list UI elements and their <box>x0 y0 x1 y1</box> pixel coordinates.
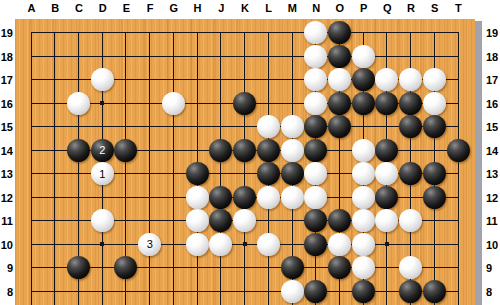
intersection-C14[interactable] <box>67 139 91 163</box>
black-stone-J14[interactable] <box>209 139 232 162</box>
intersection-Q19[interactable] <box>375 21 399 45</box>
intersection-K9[interactable] <box>233 256 257 280</box>
white-stone-D13[interactable]: 1 <box>91 162 114 185</box>
intersection-S19[interactable] <box>423 21 447 45</box>
intersection-L8[interactable] <box>257 280 281 304</box>
intersection-N17[interactable] <box>304 68 328 92</box>
intersection-G13[interactable] <box>162 162 186 186</box>
intersection-K11[interactable] <box>233 209 257 233</box>
black-stone-Q16[interactable] <box>375 92 398 115</box>
intersection-E13[interactable] <box>114 162 138 186</box>
intersection-H10[interactable] <box>186 233 210 257</box>
intersection-G8[interactable] <box>162 280 186 304</box>
intersection-C12[interactable] <box>67 186 91 210</box>
intersection-T9[interactable] <box>447 256 471 280</box>
black-stone-S13[interactable] <box>423 162 446 185</box>
intersection-F10[interactable]: 3 <box>138 233 162 257</box>
intersection-J10[interactable] <box>209 233 233 257</box>
intersection-A9[interactable] <box>20 256 44 280</box>
white-stone-R11[interactable] <box>399 209 422 232</box>
intersection-K14[interactable] <box>233 139 257 163</box>
intersection-G11[interactable] <box>162 209 186 233</box>
intersection-N11[interactable] <box>304 209 328 233</box>
intersection-D15[interactable] <box>91 115 115 139</box>
intersection-A19[interactable] <box>20 21 44 45</box>
intersection-B19[interactable] <box>43 21 67 45</box>
black-stone-H13[interactable] <box>186 162 209 185</box>
intersection-D8[interactable] <box>91 280 115 304</box>
white-stone-P12[interactable] <box>352 186 375 209</box>
intersection-J14[interactable] <box>209 139 233 163</box>
intersection-T18[interactable] <box>447 45 471 69</box>
white-stone-R9[interactable] <box>399 256 422 279</box>
white-stone-O10[interactable] <box>328 233 351 256</box>
black-stone-L14[interactable] <box>257 139 280 162</box>
intersection-A18[interactable] <box>20 45 44 69</box>
intersection-C8[interactable] <box>67 280 91 304</box>
intersection-P19[interactable] <box>352 21 376 45</box>
intersection-S8[interactable] <box>423 280 447 304</box>
intersection-B9[interactable] <box>43 256 67 280</box>
intersection-S14[interactable] <box>423 139 447 163</box>
intersection-F17[interactable] <box>138 68 162 92</box>
intersection-H9[interactable] <box>186 256 210 280</box>
black-stone-L13[interactable] <box>257 162 280 185</box>
intersection-E9[interactable] <box>114 256 138 280</box>
intersection-J11[interactable] <box>209 209 233 233</box>
white-stone-M15[interactable] <box>281 115 304 138</box>
intersection-B12[interactable] <box>43 186 67 210</box>
intersection-F9[interactable] <box>138 256 162 280</box>
intersection-D12[interactable] <box>91 186 115 210</box>
white-stone-P14[interactable] <box>352 139 375 162</box>
black-stone-N15[interactable] <box>304 115 327 138</box>
intersection-P15[interactable] <box>352 115 376 139</box>
intersection-O18[interactable] <box>328 45 352 69</box>
intersection-H11[interactable] <box>186 209 210 233</box>
black-stone-K16[interactable] <box>233 92 256 115</box>
intersection-H14[interactable] <box>186 139 210 163</box>
intersection-K10[interactable] <box>233 233 257 257</box>
intersection-D10[interactable] <box>91 233 115 257</box>
intersection-H19[interactable] <box>186 21 210 45</box>
black-stone-M13[interactable] <box>281 162 304 185</box>
black-stone-E9[interactable] <box>114 256 137 279</box>
white-stone-D11[interactable] <box>91 209 114 232</box>
black-stone-P16[interactable] <box>352 92 375 115</box>
intersection-Q15[interactable] <box>375 115 399 139</box>
intersection-F19[interactable] <box>138 21 162 45</box>
white-stone-K11[interactable] <box>233 209 256 232</box>
intersection-E10[interactable] <box>114 233 138 257</box>
intersection-L19[interactable] <box>257 21 281 45</box>
black-stone-P8[interactable] <box>352 280 375 303</box>
intersection-P13[interactable] <box>352 162 376 186</box>
intersection-E17[interactable] <box>114 68 138 92</box>
intersection-M16[interactable] <box>281 92 305 116</box>
intersection-A12[interactable] <box>20 186 44 210</box>
intersection-A10[interactable] <box>20 233 44 257</box>
intersection-L15[interactable] <box>257 115 281 139</box>
intersection-T13[interactable] <box>447 162 471 186</box>
white-stone-N12[interactable] <box>304 186 327 209</box>
intersection-E15[interactable] <box>114 115 138 139</box>
intersection-O14[interactable] <box>328 139 352 163</box>
intersection-Q14[interactable] <box>375 139 399 163</box>
intersection-R16[interactable] <box>399 92 423 116</box>
intersection-G16[interactable] <box>162 92 186 116</box>
white-stone-M14[interactable] <box>281 139 304 162</box>
intersection-N19[interactable] <box>304 21 328 45</box>
black-stone-J12[interactable] <box>209 186 232 209</box>
intersection-N15[interactable] <box>304 115 328 139</box>
black-stone-S15[interactable] <box>423 115 446 138</box>
black-stone-N14[interactable] <box>304 139 327 162</box>
intersection-N9[interactable] <box>304 256 328 280</box>
intersection-N14[interactable] <box>304 139 328 163</box>
black-stone-S12[interactable] <box>423 186 446 209</box>
intersection-Q10[interactable] <box>375 233 399 257</box>
intersection-H18[interactable] <box>186 45 210 69</box>
intersection-G9[interactable] <box>162 256 186 280</box>
intersection-R18[interactable] <box>399 45 423 69</box>
white-stone-F10[interactable]: 3 <box>138 233 161 256</box>
black-stone-R13[interactable] <box>399 162 422 185</box>
intersection-G17[interactable] <box>162 68 186 92</box>
intersection-K15[interactable] <box>233 115 257 139</box>
intersection-G18[interactable] <box>162 45 186 69</box>
intersection-D9[interactable] <box>91 256 115 280</box>
black-stone-K12[interactable] <box>233 186 256 209</box>
intersection-R15[interactable] <box>399 115 423 139</box>
intersection-R14[interactable] <box>399 139 423 163</box>
intersection-S12[interactable] <box>423 186 447 210</box>
intersection-M8[interactable] <box>281 280 305 304</box>
intersection-S15[interactable] <box>423 115 447 139</box>
intersection-Q18[interactable] <box>375 45 399 69</box>
intersection-F16[interactable] <box>138 92 162 116</box>
black-stone-O11[interactable] <box>328 209 351 232</box>
intersection-O8[interactable] <box>328 280 352 304</box>
black-stone-O18[interactable] <box>328 45 351 68</box>
white-stone-H12[interactable] <box>186 186 209 209</box>
intersection-Q11[interactable] <box>375 209 399 233</box>
intersection-A16[interactable] <box>20 92 44 116</box>
black-stone-R8[interactable] <box>399 280 422 303</box>
intersection-G19[interactable] <box>162 21 186 45</box>
intersection-E12[interactable] <box>114 186 138 210</box>
intersection-D13[interactable]: 1 <box>91 162 115 186</box>
intersection-M11[interactable] <box>281 209 305 233</box>
intersection-T15[interactable] <box>447 115 471 139</box>
intersection-K8[interactable] <box>233 280 257 304</box>
intersection-T8[interactable] <box>447 280 471 304</box>
white-stone-H10[interactable] <box>186 233 209 256</box>
intersection-Q12[interactable] <box>375 186 399 210</box>
intersection-H15[interactable] <box>186 115 210 139</box>
intersection-P9[interactable] <box>352 256 376 280</box>
intersection-A11[interactable] <box>20 209 44 233</box>
intersection-H16[interactable] <box>186 92 210 116</box>
intersection-F15[interactable] <box>138 115 162 139</box>
intersection-F12[interactable] <box>138 186 162 210</box>
intersection-K13[interactable] <box>233 162 257 186</box>
intersection-C19[interactable] <box>67 21 91 45</box>
intersection-A13[interactable] <box>20 162 44 186</box>
intersection-F11[interactable] <box>138 209 162 233</box>
intersection-C11[interactable] <box>67 209 91 233</box>
intersection-J18[interactable] <box>209 45 233 69</box>
white-stone-S17[interactable] <box>423 68 446 91</box>
intersection-S17[interactable] <box>423 68 447 92</box>
intersection-E16[interactable] <box>114 92 138 116</box>
white-stone-N19[interactable] <box>304 21 327 44</box>
black-stone-S8[interactable] <box>423 280 446 303</box>
intersection-P8[interactable] <box>352 280 376 304</box>
intersection-R13[interactable] <box>399 162 423 186</box>
white-stone-M12[interactable] <box>281 186 304 209</box>
white-stone-L10[interactable] <box>257 233 280 256</box>
white-stone-L12[interactable] <box>257 186 280 209</box>
intersection-F18[interactable] <box>138 45 162 69</box>
intersection-J19[interactable] <box>209 21 233 45</box>
intersection-G10[interactable] <box>162 233 186 257</box>
intersection-P16[interactable] <box>352 92 376 116</box>
intersection-L12[interactable] <box>257 186 281 210</box>
intersection-A17[interactable] <box>20 68 44 92</box>
white-stone-D17[interactable] <box>91 68 114 91</box>
intersection-B10[interactable] <box>43 233 67 257</box>
intersection-J13[interactable] <box>209 162 233 186</box>
intersection-T17[interactable] <box>447 68 471 92</box>
black-stone-E14[interactable] <box>114 139 137 162</box>
intersection-B13[interactable] <box>43 162 67 186</box>
intersection-R8[interactable] <box>399 280 423 304</box>
intersection-H17[interactable] <box>186 68 210 92</box>
intersection-N13[interactable] <box>304 162 328 186</box>
white-stone-S16[interactable] <box>423 92 446 115</box>
intersection-R19[interactable] <box>399 21 423 45</box>
white-stone-N18[interactable] <box>304 45 327 68</box>
intersection-R11[interactable] <box>399 209 423 233</box>
intersection-L14[interactable] <box>257 139 281 163</box>
intersection-N12[interactable] <box>304 186 328 210</box>
intersection-O15[interactable] <box>328 115 352 139</box>
intersection-O17[interactable] <box>328 68 352 92</box>
black-stone-D14[interactable]: 2 <box>91 139 114 162</box>
intersection-C16[interactable] <box>67 92 91 116</box>
intersection-F13[interactable] <box>138 162 162 186</box>
intersection-B11[interactable] <box>43 209 67 233</box>
white-stone-H11[interactable] <box>186 209 209 232</box>
intersection-O13[interactable] <box>328 162 352 186</box>
intersection-S18[interactable] <box>423 45 447 69</box>
intersection-J17[interactable] <box>209 68 233 92</box>
intersection-L10[interactable] <box>257 233 281 257</box>
intersection-M14[interactable] <box>281 139 305 163</box>
black-stone-O16[interactable] <box>328 92 351 115</box>
black-stone-N10[interactable] <box>304 233 327 256</box>
intersection-D16[interactable] <box>91 92 115 116</box>
white-stone-G16[interactable] <box>162 92 185 115</box>
intersection-Q17[interactable] <box>375 68 399 92</box>
intersection-F14[interactable] <box>138 139 162 163</box>
intersection-Q16[interactable] <box>375 92 399 116</box>
black-stone-O19[interactable] <box>328 21 351 44</box>
intersection-L9[interactable] <box>257 256 281 280</box>
black-stone-N8[interactable] <box>304 280 327 303</box>
intersection-M12[interactable] <box>281 186 305 210</box>
intersection-H12[interactable] <box>186 186 210 210</box>
intersection-H8[interactable] <box>186 280 210 304</box>
intersection-O16[interactable] <box>328 92 352 116</box>
intersection-C9[interactable] <box>67 256 91 280</box>
white-stone-O17[interactable] <box>328 68 351 91</box>
black-stone-O15[interactable] <box>328 115 351 138</box>
intersection-O11[interactable] <box>328 209 352 233</box>
intersection-K19[interactable] <box>233 21 257 45</box>
intersection-C17[interactable] <box>67 68 91 92</box>
intersection-B8[interactable] <box>43 280 67 304</box>
white-stone-Q17[interactable] <box>375 68 398 91</box>
intersection-M19[interactable] <box>281 21 305 45</box>
intersection-Q8[interactable] <box>375 280 399 304</box>
intersection-T11[interactable] <box>447 209 471 233</box>
intersection-E19[interactable] <box>114 21 138 45</box>
intersection-C13[interactable] <box>67 162 91 186</box>
white-stone-N16[interactable] <box>304 92 327 115</box>
intersection-F8[interactable] <box>138 280 162 304</box>
intersection-E14[interactable] <box>114 139 138 163</box>
intersection-B14[interactable] <box>43 139 67 163</box>
intersection-B18[interactable] <box>43 45 67 69</box>
intersection-P12[interactable] <box>352 186 376 210</box>
intersection-B17[interactable] <box>43 68 67 92</box>
intersection-D17[interactable] <box>91 68 115 92</box>
intersection-O12[interactable] <box>328 186 352 210</box>
white-stone-N17[interactable] <box>304 68 327 91</box>
intersection-O10[interactable] <box>328 233 352 257</box>
intersection-B15[interactable] <box>43 115 67 139</box>
intersection-O19[interactable] <box>328 21 352 45</box>
white-stone-L15[interactable] <box>257 115 280 138</box>
intersection-G15[interactable] <box>162 115 186 139</box>
intersection-J8[interactable] <box>209 280 233 304</box>
intersection-D14[interactable]: 2 <box>91 139 115 163</box>
intersection-S11[interactable] <box>423 209 447 233</box>
intersection-H13[interactable] <box>186 162 210 186</box>
white-stone-N13[interactable] <box>304 162 327 185</box>
intersection-G12[interactable] <box>162 186 186 210</box>
white-stone-P11[interactable] <box>352 209 375 232</box>
black-stone-K14[interactable] <box>233 139 256 162</box>
intersection-E8[interactable] <box>114 280 138 304</box>
intersection-T16[interactable] <box>447 92 471 116</box>
intersection-K12[interactable] <box>233 186 257 210</box>
intersection-R12[interactable] <box>399 186 423 210</box>
black-stone-R15[interactable] <box>399 115 422 138</box>
intersection-D11[interactable] <box>91 209 115 233</box>
intersection-M9[interactable] <box>281 256 305 280</box>
intersection-Q9[interactable] <box>375 256 399 280</box>
intersection-J15[interactable] <box>209 115 233 139</box>
intersection-P18[interactable] <box>352 45 376 69</box>
intersection-L11[interactable] <box>257 209 281 233</box>
intersection-M13[interactable] <box>281 162 305 186</box>
intersection-T10[interactable] <box>447 233 471 257</box>
black-stone-R16[interactable] <box>399 92 422 115</box>
black-stone-C9[interactable] <box>67 256 90 279</box>
black-stone-Q14[interactable] <box>375 139 398 162</box>
white-stone-P10[interactable] <box>352 233 375 256</box>
white-stone-C16[interactable] <box>67 92 90 115</box>
white-stone-J10[interactable] <box>209 233 232 256</box>
intersection-P17[interactable] <box>352 68 376 92</box>
intersection-D18[interactable] <box>91 45 115 69</box>
intersection-P10[interactable] <box>352 233 376 257</box>
intersection-K18[interactable] <box>233 45 257 69</box>
white-stone-P9[interactable] <box>352 256 375 279</box>
intersection-K16[interactable] <box>233 92 257 116</box>
white-stone-P18[interactable] <box>352 45 375 68</box>
black-stone-N11[interactable] <box>304 209 327 232</box>
black-stone-O9[interactable] <box>328 256 351 279</box>
intersection-C10[interactable] <box>67 233 91 257</box>
intersection-L17[interactable] <box>257 68 281 92</box>
white-stone-M8[interactable] <box>281 280 304 303</box>
intersection-T14[interactable] <box>447 139 471 163</box>
intersection-J9[interactable] <box>209 256 233 280</box>
black-stone-T14[interactable] <box>447 139 470 162</box>
black-stone-C14[interactable] <box>67 139 90 162</box>
intersection-S13[interactable] <box>423 162 447 186</box>
black-stone-J11[interactable] <box>209 209 232 232</box>
intersection-J16[interactable] <box>209 92 233 116</box>
intersection-O9[interactable] <box>328 256 352 280</box>
intersection-B16[interactable] <box>43 92 67 116</box>
intersection-M17[interactable] <box>281 68 305 92</box>
intersection-N10[interactable] <box>304 233 328 257</box>
intersection-E11[interactable] <box>114 209 138 233</box>
intersection-N16[interactable] <box>304 92 328 116</box>
black-stone-M9[interactable] <box>281 256 304 279</box>
intersection-Q13[interactable] <box>375 162 399 186</box>
intersection-T19[interactable] <box>447 21 471 45</box>
white-stone-P13[interactable] <box>352 162 375 185</box>
intersection-M18[interactable] <box>281 45 305 69</box>
white-stone-Q11[interactable] <box>375 209 398 232</box>
black-stone-P17[interactable] <box>352 68 375 91</box>
intersection-P11[interactable] <box>352 209 376 233</box>
intersection-P14[interactable] <box>352 139 376 163</box>
intersection-C15[interactable] <box>67 115 91 139</box>
intersection-K17[interactable] <box>233 68 257 92</box>
intersection-T12[interactable] <box>447 186 471 210</box>
intersection-A8[interactable] <box>20 280 44 304</box>
intersection-C18[interactable] <box>67 45 91 69</box>
intersection-S16[interactable] <box>423 92 447 116</box>
intersection-J12[interactable] <box>209 186 233 210</box>
intersection-A14[interactable] <box>20 139 44 163</box>
intersection-L13[interactable] <box>257 162 281 186</box>
white-stone-Q13[interactable] <box>375 162 398 185</box>
intersection-N8[interactable] <box>304 280 328 304</box>
intersection-R10[interactable] <box>399 233 423 257</box>
black-stone-Q12[interactable] <box>375 186 398 209</box>
intersection-R9[interactable] <box>399 256 423 280</box>
intersection-M10[interactable] <box>281 233 305 257</box>
intersection-S10[interactable] <box>423 233 447 257</box>
